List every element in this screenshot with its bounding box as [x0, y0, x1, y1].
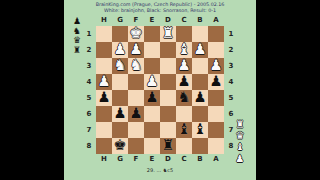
- file-label-top-e: E: [144, 16, 160, 25]
- square-d6: [160, 106, 176, 122]
- piece-wB-c2: ♝: [176, 42, 192, 58]
- square-c8: [176, 138, 192, 154]
- piece-wP-h4: ♟: [96, 74, 112, 90]
- captured-bR: ♜: [71, 46, 83, 56]
- letterbox-left: [0, 0, 64, 180]
- rank-label-right-4: 4: [226, 74, 236, 90]
- rank-label-right-2: 2: [226, 42, 236, 58]
- piece-bP-h5: ♟: [96, 90, 112, 106]
- rank-label-right-5: 5: [226, 90, 236, 106]
- square-b1: [192, 26, 208, 42]
- square-b5: ♟: [192, 90, 208, 106]
- square-h8: [96, 138, 112, 154]
- square-d7: [160, 122, 176, 138]
- piece-bB-b7: ♝: [192, 122, 208, 138]
- square-g8: ♚: [112, 138, 128, 154]
- square-f7: [128, 122, 144, 138]
- square-b7: ♝: [192, 122, 208, 138]
- piece-bR-d8: ♜: [160, 138, 176, 154]
- rank-labels-left: 12345678: [84, 26, 94, 154]
- square-b2: ♟: [192, 42, 208, 58]
- square-a4: ♟: [208, 74, 224, 90]
- square-c5: ♞: [176, 90, 192, 106]
- piece-bP-a4: ♟: [208, 74, 224, 90]
- square-f5: [128, 90, 144, 106]
- piece-wP-b2: ♟: [192, 42, 208, 58]
- square-d3: [160, 58, 176, 74]
- square-e2: [144, 42, 160, 58]
- piece-wK-f1: ♚: [128, 26, 144, 42]
- square-a7: [208, 122, 224, 138]
- piece-bP-e5: ♟: [144, 90, 160, 106]
- square-h6: [96, 106, 112, 122]
- square-f8: [128, 138, 144, 154]
- square-h2: [96, 42, 112, 58]
- file-label-bottom-h: H: [96, 155, 112, 164]
- file-label-top-h: H: [96, 16, 112, 25]
- video-frame: BrainKing.com (Prague, Czech Republic) -…: [0, 0, 320, 180]
- captured-black-pieces-tray: ♟♞♛♜: [71, 17, 83, 55]
- square-f4: [128, 74, 144, 90]
- piece-wP-f2: ♟: [128, 42, 144, 58]
- move-caption: 29. ... ♞c5: [64, 167, 256, 173]
- square-b6: [192, 106, 208, 122]
- rank-label-left-1: 1: [84, 26, 94, 42]
- file-label-top-a: A: [208, 16, 224, 25]
- square-f2: ♟: [128, 42, 144, 58]
- piece-bK-g8: ♚: [112, 138, 128, 154]
- square-a6: [208, 106, 224, 122]
- rank-label-right-1: 1: [226, 26, 236, 42]
- piece-wP-a3: ♟: [208, 58, 224, 74]
- square-c7: ♝: [176, 122, 192, 138]
- rank-label-left-3: 3: [84, 58, 94, 74]
- square-g6: ♟: [112, 106, 128, 122]
- square-e4: ♟: [144, 74, 160, 90]
- file-label-top-c: C: [176, 16, 192, 25]
- rank-label-left-7: 7: [84, 122, 94, 138]
- piece-wN-g3: ♞: [112, 58, 128, 74]
- square-f3: ♞: [128, 58, 144, 74]
- square-e1: [144, 26, 160, 42]
- file-label-top-g: G: [112, 16, 128, 25]
- piece-bP-c4: ♟: [176, 74, 192, 90]
- piece-bP-b5: ♟: [192, 90, 208, 106]
- diagram-frame: BrainKing.com (Prague, Czech Republic) -…: [64, 0, 256, 180]
- piece-bB-c7: ♝: [176, 122, 192, 138]
- file-labels-top: HGFEDCBA: [96, 16, 224, 25]
- piece-bN-c5: ♞: [176, 90, 192, 106]
- file-label-bottom-g: G: [112, 155, 128, 164]
- game-header: BrainKing.com (Prague, Czech Republic) -…: [64, 2, 256, 15]
- file-label-bottom-c: C: [176, 155, 192, 164]
- piece-wP-c3: ♟: [176, 58, 192, 74]
- file-label-top-b: B: [192, 16, 208, 25]
- square-c3: ♟: [176, 58, 192, 74]
- square-e7: [144, 122, 160, 138]
- square-d1: ♜: [160, 26, 176, 42]
- square-g3: ♞: [112, 58, 128, 74]
- square-d5: [160, 90, 176, 106]
- square-e8: [144, 138, 160, 154]
- square-a8: [208, 138, 224, 154]
- square-d8: ♜: [160, 138, 176, 154]
- square-c2: ♝: [176, 42, 192, 58]
- square-g1: [112, 26, 128, 42]
- square-a1: [208, 26, 224, 42]
- square-g7: [112, 122, 128, 138]
- rank-label-left-5: 5: [84, 90, 94, 106]
- square-a5: [208, 90, 224, 106]
- square-e3: [144, 58, 160, 74]
- square-e5: ♟: [144, 90, 160, 106]
- square-c6: [176, 106, 192, 122]
- square-g2: ♟: [112, 42, 128, 58]
- file-label-bottom-e: E: [144, 155, 160, 164]
- file-label-bottom-d: D: [160, 155, 176, 164]
- rank-label-left-8: 8: [84, 138, 94, 154]
- square-h3: [96, 58, 112, 74]
- rank-label-left-4: 4: [84, 74, 94, 90]
- header-players-line: White: brainjohn, Black: Snorrason, Resu…: [64, 8, 256, 14]
- file-label-bottom-a: A: [208, 155, 224, 164]
- piece-wN-f3: ♞: [128, 58, 144, 74]
- square-b4: [192, 74, 208, 90]
- file-labels-bottom: HGFEDCBA: [96, 155, 224, 164]
- file-label-bottom-f: F: [128, 155, 144, 164]
- square-g4: [112, 74, 128, 90]
- square-a2: [208, 42, 224, 58]
- captured-wP: ♟: [233, 153, 247, 164]
- square-g5: [112, 90, 128, 106]
- captured-white-pieces-tray: ♜♛♝♟: [233, 119, 247, 164]
- file-label-top-d: D: [160, 16, 176, 25]
- square-h1: [96, 26, 112, 42]
- file-label-bottom-b: B: [192, 155, 208, 164]
- captured-wQ: ♛: [233, 130, 247, 141]
- piece-wP-e4: ♟: [144, 74, 160, 90]
- piece-wP-g2: ♟: [112, 42, 128, 58]
- board: ♚♜♟♟♝♟♞♞♟♟♟♟♟♟♟♟♞♟♟♟♝♝♚♜: [96, 26, 224, 154]
- square-c4: ♟: [176, 74, 192, 90]
- piece-wR-d1: ♜: [160, 26, 176, 42]
- piece-bP-f6: ♟: [128, 106, 144, 122]
- captured-wR: ♜: [233, 119, 247, 130]
- square-e6: [144, 106, 160, 122]
- square-d4: [160, 74, 176, 90]
- square-b8: [192, 138, 208, 154]
- square-f6: ♟: [128, 106, 144, 122]
- square-h7: [96, 122, 112, 138]
- letterbox-right: [256, 0, 320, 180]
- captured-wB: ♝: [233, 141, 247, 152]
- square-h5: ♟: [96, 90, 112, 106]
- square-b3: [192, 58, 208, 74]
- piece-bP-g6: ♟: [112, 106, 128, 122]
- rank-label-right-3: 3: [226, 58, 236, 74]
- square-a3: ♟: [208, 58, 224, 74]
- rank-label-left-6: 6: [84, 106, 94, 122]
- rank-label-left-2: 2: [84, 42, 94, 58]
- square-h4: ♟: [96, 74, 112, 90]
- square-c1: [176, 26, 192, 42]
- square-d2: [160, 42, 176, 58]
- file-label-top-f: F: [128, 16, 144, 25]
- square-f1: ♚: [128, 26, 144, 42]
